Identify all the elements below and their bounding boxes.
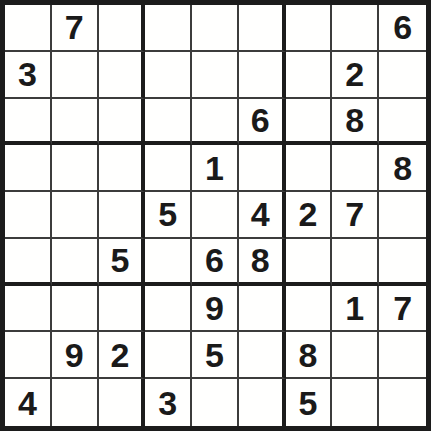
- cell-r2c7-empty[interactable]: [286, 52, 333, 99]
- cell-r7c9-given[interactable]: 7: [379, 286, 426, 333]
- cell-r9c6-empty[interactable]: [239, 379, 286, 426]
- cell-r4c6-empty[interactable]: [239, 145, 286, 192]
- cell-r6c4-empty[interactable]: [145, 239, 192, 286]
- cell-r6c6-given[interactable]: 8: [239, 239, 286, 286]
- cell-r1c6-empty[interactable]: [239, 5, 286, 52]
- cell-r5c5-empty[interactable]: [192, 192, 239, 239]
- cell-r2c4-empty[interactable]: [145, 52, 192, 99]
- cell-r9c2-empty[interactable]: [52, 379, 99, 426]
- cell-r6c5-given[interactable]: 6: [192, 239, 239, 286]
- cell-r9c3-empty[interactable]: [99, 379, 146, 426]
- cell-r5c8-given[interactable]: 7: [332, 192, 379, 239]
- cell-r7c8-given[interactable]: 1: [332, 286, 379, 333]
- cell-r4c9-given[interactable]: 8: [379, 145, 426, 192]
- cell-r3c4-empty[interactable]: [145, 99, 192, 146]
- cell-r7c4-empty[interactable]: [145, 286, 192, 333]
- cell-r4c5-given[interactable]: 1: [192, 145, 239, 192]
- cell-r9c8-empty[interactable]: [332, 379, 379, 426]
- cell-r9c5-empty[interactable]: [192, 379, 239, 426]
- cell-r5c2-empty[interactable]: [52, 192, 99, 239]
- cell-r6c2-empty[interactable]: [52, 239, 99, 286]
- cell-r4c7-empty[interactable]: [286, 145, 333, 192]
- cell-r9c4-given[interactable]: 3: [145, 379, 192, 426]
- cell-r2c3-empty[interactable]: [99, 52, 146, 99]
- cell-r3c5-empty[interactable]: [192, 99, 239, 146]
- cell-r1c1-empty[interactable]: [5, 5, 52, 52]
- cell-r2c8-given[interactable]: 2: [332, 52, 379, 99]
- cell-r2c2-empty[interactable]: [52, 52, 99, 99]
- cell-r8c6-empty[interactable]: [239, 332, 286, 379]
- cell-r4c8-empty[interactable]: [332, 145, 379, 192]
- cell-r7c7-empty[interactable]: [286, 286, 333, 333]
- cell-r5c3-empty[interactable]: [99, 192, 146, 239]
- cell-r3c7-empty[interactable]: [286, 99, 333, 146]
- cell-r2c5-empty[interactable]: [192, 52, 239, 99]
- cell-r6c8-empty[interactable]: [332, 239, 379, 286]
- cell-r5c6-given[interactable]: 4: [239, 192, 286, 239]
- cell-r3c1-empty[interactable]: [5, 99, 52, 146]
- cell-r7c3-empty[interactable]: [99, 286, 146, 333]
- cell-r8c1-empty[interactable]: [5, 332, 52, 379]
- cell-r1c7-empty[interactable]: [286, 5, 333, 52]
- cell-r7c6-empty[interactable]: [239, 286, 286, 333]
- cell-r4c1-empty[interactable]: [5, 145, 52, 192]
- cell-r7c5-given[interactable]: 9: [192, 286, 239, 333]
- cell-r2c9-empty[interactable]: [379, 52, 426, 99]
- cell-r3c6-given[interactable]: 6: [239, 99, 286, 146]
- cell-r5c1-empty[interactable]: [5, 192, 52, 239]
- cell-r1c3-empty[interactable]: [99, 5, 146, 52]
- cell-r4c3-empty[interactable]: [99, 145, 146, 192]
- cell-r4c4-empty[interactable]: [145, 145, 192, 192]
- cell-r8c5-given[interactable]: 5: [192, 332, 239, 379]
- cell-r9c9-empty[interactable]: [379, 379, 426, 426]
- cell-r6c3-given[interactable]: 5: [99, 239, 146, 286]
- cell-r8c3-given[interactable]: 2: [99, 332, 146, 379]
- cell-r5c9-empty[interactable]: [379, 192, 426, 239]
- cell-r7c2-empty[interactable]: [52, 286, 99, 333]
- sudoku-board: 7632681854275689179258435: [0, 0, 431, 431]
- cell-r6c1-empty[interactable]: [5, 239, 52, 286]
- cell-r8c8-empty[interactable]: [332, 332, 379, 379]
- cell-r6c9-empty[interactable]: [379, 239, 426, 286]
- cell-r3c2-empty[interactable]: [52, 99, 99, 146]
- cell-r5c7-given[interactable]: 2: [286, 192, 333, 239]
- cell-r3c8-given[interactable]: 8: [332, 99, 379, 146]
- cell-r1c9-given[interactable]: 6: [379, 5, 426, 52]
- cell-r8c7-given[interactable]: 8: [286, 332, 333, 379]
- sudoku-puzzle: 7632681854275689179258435: [0, 0, 431, 431]
- cell-r3c9-empty[interactable]: [379, 99, 426, 146]
- cell-r3c3-empty[interactable]: [99, 99, 146, 146]
- cell-r2c6-empty[interactable]: [239, 52, 286, 99]
- cell-r8c9-empty[interactable]: [379, 332, 426, 379]
- cell-r4c2-empty[interactable]: [52, 145, 99, 192]
- cell-r6c7-empty[interactable]: [286, 239, 333, 286]
- cell-r8c2-given[interactable]: 9: [52, 332, 99, 379]
- cell-r5c4-given[interactable]: 5: [145, 192, 192, 239]
- cell-r2c1-given[interactable]: 3: [5, 52, 52, 99]
- cell-r9c7-given[interactable]: 5: [286, 379, 333, 426]
- cell-r1c4-empty[interactable]: [145, 5, 192, 52]
- cell-r9c1-given[interactable]: 4: [5, 379, 52, 426]
- cell-r8c4-empty[interactable]: [145, 332, 192, 379]
- cell-r7c1-empty[interactable]: [5, 286, 52, 333]
- cell-r1c5-empty[interactable]: [192, 5, 239, 52]
- cell-r1c2-given[interactable]: 7: [52, 5, 99, 52]
- cell-r1c8-empty[interactable]: [332, 5, 379, 52]
